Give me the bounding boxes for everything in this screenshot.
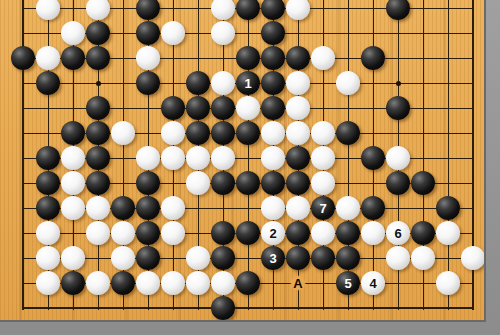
stone-white[interactable]	[86, 221, 110, 245]
stone-black[interactable]	[286, 146, 310, 170]
stone-white[interactable]	[36, 221, 60, 245]
stone-black[interactable]	[361, 196, 385, 220]
stone-white[interactable]	[86, 196, 110, 220]
stone-black[interactable]	[361, 146, 385, 170]
move-number-label: 3	[269, 252, 276, 265]
move-number-label: 2	[269, 227, 276, 240]
stone-black[interactable]	[236, 271, 260, 295]
stone-white[interactable]	[311, 146, 335, 170]
stone-white[interactable]	[161, 196, 185, 220]
stone-black[interactable]	[211, 246, 235, 270]
stone-black[interactable]	[336, 246, 360, 270]
stone-white[interactable]: 4	[361, 271, 385, 295]
stone-white[interactable]	[161, 21, 185, 45]
stone-white[interactable]	[36, 0, 60, 20]
stone-white[interactable]	[311, 121, 335, 145]
stone-black[interactable]	[236, 171, 260, 195]
stone-white[interactable]	[286, 0, 310, 20]
stone-black[interactable]	[136, 246, 160, 270]
stone-white[interactable]	[36, 46, 60, 70]
stone-black[interactable]	[136, 221, 160, 245]
stone-white[interactable]	[261, 121, 285, 145]
stone-black[interactable]	[261, 171, 285, 195]
stone-white[interactable]	[386, 246, 410, 270]
stone-white[interactable]	[211, 21, 235, 45]
stone-black[interactable]	[386, 96, 410, 120]
stone-black[interactable]	[61, 121, 85, 145]
stone-white[interactable]	[211, 271, 235, 295]
stone-black[interactable]	[36, 171, 60, 195]
stone-black[interactable]	[36, 146, 60, 170]
point-label-a[interactable]: A	[290, 275, 306, 291]
stone-white[interactable]	[336, 71, 360, 95]
move-number-label: 6	[394, 227, 401, 240]
stone-white[interactable]	[386, 146, 410, 170]
stone-white[interactable]	[161, 146, 185, 170]
stone-white[interactable]	[161, 221, 185, 245]
stone-black[interactable]	[136, 0, 160, 20]
stone-black[interactable]	[111, 196, 135, 220]
stone-black[interactable]	[236, 0, 260, 20]
stone-black[interactable]	[86, 96, 110, 120]
stone-black[interactable]	[186, 71, 210, 95]
hoshi-point	[396, 81, 401, 86]
stone-black[interactable]	[61, 46, 85, 70]
stone-black[interactable]	[286, 46, 310, 70]
stone-black[interactable]	[86, 46, 110, 70]
stone-black[interactable]	[261, 21, 285, 45]
stone-white[interactable]	[61, 171, 85, 195]
stone-black[interactable]	[311, 246, 335, 270]
stone-white[interactable]	[161, 271, 185, 295]
move-number-label: 1	[244, 77, 251, 90]
stone-black[interactable]	[336, 221, 360, 245]
stone-white[interactable]: 2	[261, 221, 285, 245]
stone-black[interactable]	[236, 46, 260, 70]
stone-white[interactable]	[111, 221, 135, 245]
stone-white[interactable]	[211, 146, 235, 170]
stone-black[interactable]	[211, 296, 235, 320]
stone-white[interactable]	[311, 221, 335, 245]
stone-black[interactable]: 7	[311, 196, 335, 220]
stone-white[interactable]	[136, 271, 160, 295]
stone-white[interactable]	[186, 246, 210, 270]
stone-white[interactable]	[61, 146, 85, 170]
go-board[interactable]: 1726354A	[0, 0, 486, 322]
stone-white[interactable]	[86, 271, 110, 295]
stone-white[interactable]	[186, 146, 210, 170]
stone-black[interactable]: 3	[261, 246, 285, 270]
stone-white[interactable]	[436, 271, 460, 295]
stone-white[interactable]	[286, 196, 310, 220]
stone-white[interactable]	[136, 46, 160, 70]
move-number-label: 4	[369, 277, 376, 290]
stone-black[interactable]	[261, 96, 285, 120]
stone-black[interactable]	[136, 71, 160, 95]
move-number-label: 5	[344, 277, 351, 290]
stone-white[interactable]: 6	[386, 221, 410, 245]
stone-white[interactable]	[311, 46, 335, 70]
stone-black[interactable]	[236, 121, 260, 145]
stone-white[interactable]	[286, 96, 310, 120]
stone-white[interactable]	[236, 96, 260, 120]
stone-black[interactable]	[36, 71, 60, 95]
stone-black[interactable]	[111, 271, 135, 295]
stone-black[interactable]	[136, 171, 160, 195]
stone-black[interactable]	[361, 46, 385, 70]
stone-black[interactable]	[86, 21, 110, 45]
stone-white[interactable]	[61, 196, 85, 220]
stone-black[interactable]	[136, 196, 160, 220]
stone-white[interactable]	[211, 71, 235, 95]
stone-black[interactable]: 5	[336, 271, 360, 295]
stone-white[interactable]	[161, 121, 185, 145]
stone-black[interactable]	[261, 71, 285, 95]
stone-black[interactable]	[261, 46, 285, 70]
stone-black[interactable]	[236, 221, 260, 245]
stone-black[interactable]	[211, 121, 235, 145]
stone-black[interactable]	[211, 96, 235, 120]
stone-black[interactable]	[386, 0, 410, 20]
stone-black[interactable]: 1	[236, 71, 260, 95]
stone-white[interactable]	[61, 246, 85, 270]
stone-white[interactable]	[86, 0, 110, 20]
stone-white[interactable]	[336, 196, 360, 220]
stone-black[interactable]	[211, 221, 235, 245]
stone-white[interactable]	[361, 221, 385, 245]
stone-black[interactable]	[336, 121, 360, 145]
stone-white[interactable]	[286, 71, 310, 95]
stone-black[interactable]	[11, 46, 35, 70]
stone-black[interactable]	[411, 171, 435, 195]
go-app-window: 1726354A	[0, 0, 500, 335]
hoshi-point	[96, 81, 101, 86]
stone-white[interactable]	[261, 146, 285, 170]
stone-white[interactable]	[261, 196, 285, 220]
stone-black[interactable]	[261, 0, 285, 20]
stone-black[interactable]	[186, 121, 210, 145]
stone-black[interactable]	[286, 171, 310, 195]
stone-white[interactable]	[186, 271, 210, 295]
stone-black[interactable]	[211, 171, 235, 195]
stone-black[interactable]	[161, 96, 185, 120]
stone-white[interactable]	[211, 0, 235, 20]
stone-white[interactable]	[186, 171, 210, 195]
stone-white[interactable]	[111, 121, 135, 145]
stone-black[interactable]	[411, 221, 435, 245]
stone-black[interactable]	[86, 146, 110, 170]
stone-white[interactable]	[61, 21, 85, 45]
stone-white[interactable]	[36, 246, 60, 270]
stone-white[interactable]	[461, 246, 485, 270]
stone-black[interactable]	[186, 96, 210, 120]
stone-white[interactable]	[286, 121, 310, 145]
stone-black[interactable]	[436, 196, 460, 220]
stone-black[interactable]	[136, 21, 160, 45]
stone-white[interactable]	[311, 171, 335, 195]
stone-white[interactable]	[411, 246, 435, 270]
stone-black[interactable]	[86, 171, 110, 195]
stone-black[interactable]	[386, 171, 410, 195]
stone-black[interactable]	[36, 196, 60, 220]
grid-line-vertical	[448, 0, 449, 310]
grid-line-horizontal	[22, 307, 474, 309]
stone-white[interactable]	[36, 271, 60, 295]
move-number-label: 7	[319, 202, 326, 215]
stone-black[interactable]	[286, 221, 310, 245]
stone-black[interactable]	[286, 246, 310, 270]
stone-black[interactable]	[86, 121, 110, 145]
stone-white[interactable]	[436, 221, 460, 245]
stone-white[interactable]	[136, 146, 160, 170]
stone-white[interactable]	[111, 246, 135, 270]
stone-black[interactable]	[61, 271, 85, 295]
